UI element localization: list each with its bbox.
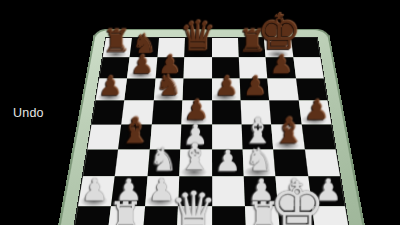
chess-board: ♜♞♛♜♚♟♟♟♟♞♟♟♟♟♝♟♝♝♞♝♟♞♟♟♟♟♟♟♜♛♜♚ [73,38,350,225]
piece-black-rook-a8[interactable]: ♜ [103,26,131,57]
chess-app-window: Undo ♜♞♛♜♚♟♟♟♟♞♟♟♟♟♝♟♝♝♞♝♟♞♟♟♟♟♟♟♜♛♜♚ [0,0,400,225]
square-b1[interactable]: ♜ [108,206,145,225]
piece-black-knight-c6[interactable]: ♞ [155,71,181,100]
piece-white-pawn-a2[interactable]: ♟ [81,174,108,204]
square-d7[interactable] [183,58,211,79]
square-g7[interactable]: ♟ [266,58,296,79]
square-d8[interactable]: ♛ [184,38,211,58]
piece-white-rook-b1[interactable]: ♜ [107,197,142,225]
piece-white-bishop-d3[interactable]: ♝ [179,139,212,175]
square-a1[interactable] [73,206,112,225]
piece-black-pawn-e6[interactable]: ♟ [214,73,238,99]
piece-white-queen-d1[interactable]: ♛ [171,184,218,225]
piece-white-king-g1[interactable]: ♚ [270,173,326,225]
piece-white-knight-c3[interactable]: ♞ [149,144,177,176]
square-g6[interactable] [268,78,299,100]
square-e6[interactable]: ♟ [212,78,241,100]
piece-black-pawn-g7[interactable]: ♟ [270,52,293,77]
square-f6[interactable]: ♟ [240,78,270,100]
square-a6[interactable]: ♟ [96,78,128,100]
square-d3[interactable]: ♝ [179,149,211,176]
square-b7[interactable]: ♟ [127,58,157,79]
square-b4[interactable]: ♝ [119,124,152,149]
piece-black-pawn-h5[interactable]: ♟ [304,96,328,123]
piece-black-bishop-g4[interactable]: ♝ [273,113,305,148]
piece-black-pawn-f6[interactable]: ♟ [243,73,267,99]
square-b6[interactable] [125,78,156,100]
square-a4[interactable] [88,124,122,149]
square-a8[interactable]: ♜ [103,38,133,58]
piece-black-pawn-a6[interactable]: ♟ [98,73,122,99]
square-g1[interactable]: ♚ [278,206,315,225]
square-h4[interactable] [301,124,335,149]
undo-button[interactable]: Undo [13,106,44,120]
square-d1[interactable]: ♛ [177,206,212,225]
piece-black-bishop-b4[interactable]: ♝ [118,113,150,148]
square-e5[interactable] [212,101,242,125]
piece-white-pawn-e3[interactable]: ♟ [214,146,240,175]
square-g4[interactable]: ♝ [271,124,304,149]
square-e3[interactable]: ♟ [212,149,244,176]
square-c6[interactable]: ♞ [154,78,184,100]
piece-black-pawn-b7[interactable]: ♟ [130,52,153,77]
chess-board-frame: ♜♞♛♜♚♟♟♟♟♞♟♟♟♟♝♟♝♝♞♝♟♞♟♟♟♟♟♟♜♛♜♚ [53,29,370,225]
piece-black-queen-d8[interactable]: ♛ [179,16,216,57]
square-h7[interactable] [293,58,324,79]
square-c5[interactable] [152,101,183,125]
